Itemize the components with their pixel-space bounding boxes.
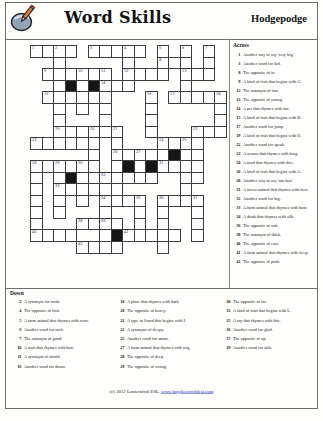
clue-text: A toy that rhymes with bite. (233, 317, 281, 322)
clue-text: A pet that rhymes with hat. (243, 106, 290, 111)
clue-number-label: 26 (233, 167, 241, 176)
clue-number-label: 8 (233, 68, 241, 77)
down-clue: 36Another word for glad. (221, 325, 318, 334)
grid-cell[interactable] (76, 103, 89, 116)
clue-number: 7 (205, 46, 207, 50)
clue-number-label: 4 (12, 306, 22, 315)
down-section-divider (5, 288, 318, 289)
across-clue: 15A kind of fruit that begins with B. (233, 113, 319, 122)
across-clue: 28Another way to say 'run fast.' (233, 176, 319, 185)
clue-number-label: 18 (115, 297, 125, 306)
clue-number: 27 (136, 150, 141, 154)
down-clue: 6Another word for rock. (12, 325, 114, 334)
clue-number: 14 (101, 81, 106, 85)
clue-number-label: 12 (233, 86, 241, 95)
clue-number: 4 (124, 46, 126, 50)
clue-number-label: 41 (233, 248, 241, 257)
across-clue-list: 1Another way to say 'very big.'3Another … (233, 50, 319, 266)
across-clues-section: Across 1Another way to say 'very big.'3A… (233, 42, 319, 288)
clue-text: A kind of fruit that begins with A. (243, 169, 301, 174)
lanternfish-pencil-logo-icon (9, 4, 37, 34)
copyright-text: (c) 2012 Lanternfish ESL. (110, 388, 160, 394)
grid-cell[interactable] (203, 68, 216, 81)
clue-text: The opposite of heavy. (127, 308, 166, 313)
down-clue: 35A toy that rhymes with bite. (221, 315, 318, 324)
clue-number: 29 (55, 161, 60, 165)
grid-cell[interactable] (65, 45, 78, 58)
clue-number: 8 (159, 58, 161, 62)
across-clue: 9A kind of fruit that begins with G. (233, 77, 319, 86)
clue-number-label: 29 (115, 361, 125, 370)
down-clue: 37The opposite of up. (221, 334, 318, 343)
clue-text: Another way to say 'run fast.' (243, 178, 293, 183)
across-clue: 23A season that rhymes with king. (233, 149, 319, 158)
clue-text: A kind of fruit that begins with L. (233, 308, 291, 313)
clue-number-label: 9 (233, 77, 241, 86)
down-clue: 29The opposite of wrong. (115, 361, 220, 370)
across-clue: 24A food that rhymes with dice. (233, 158, 319, 167)
clue-number-label: 37 (221, 334, 231, 343)
clue-number-label: 22 (115, 325, 125, 334)
clue-number-label: 36 (221, 325, 231, 334)
down-clue: 4The opposite of first. (12, 306, 114, 315)
grid-cell[interactable] (111, 241, 124, 254)
across-clue: 41A farm animal that rhymes with sleep. (233, 248, 319, 257)
clue-number-label: 42 (233, 257, 241, 266)
down-clue: 18A place that rhymes with dark. (115, 297, 220, 306)
clue-number: 30 (78, 161, 83, 165)
grid-cell[interactable] (214, 126, 227, 139)
down-clue: 16Another word for throw. (12, 361, 114, 370)
grid-cell[interactable] (134, 45, 147, 58)
clue-text: Another word for speak. (243, 142, 285, 147)
clue-text: The opposite of soft. (243, 223, 279, 228)
clue-text: A kind of fruit that begins with O. (243, 133, 301, 138)
page-title: Word Skills (64, 8, 172, 27)
clue-text: Another way to say 'very big.' (243, 52, 294, 57)
across-clue: 17Another word for jump. (233, 122, 319, 131)
clue-number: 38 (78, 219, 83, 223)
clue-text: A kind of fruit that begins with B. (243, 115, 301, 120)
clue-number: 18 (216, 92, 221, 96)
across-clue: 3Another word for kid. (233, 59, 319, 68)
across-clue: 33A farm animal that rhymes with boat. (233, 203, 319, 212)
clue-number-label: 31 (233, 185, 241, 194)
clue-number-label: 14 (233, 104, 241, 113)
clue-number-label: 27 (115, 343, 125, 352)
across-clue: 1Another way to say 'very big.' (233, 50, 319, 59)
clue-number-label: 15 (233, 113, 241, 122)
clue-number: 41 (124, 230, 129, 234)
clue-number: 12 (124, 69, 129, 73)
clue-text: The opposite of deep. (127, 354, 164, 359)
clue-text: The opposite of wrong. (127, 363, 167, 368)
down-clue: 22A synonym of sleepy. (115, 325, 220, 334)
clue-text: A season that rhymes with king. (243, 151, 298, 156)
clue-text: Another word for kid. (243, 61, 281, 66)
down-heading: Down (10, 290, 40, 297)
clue-number-label: 39 (221, 343, 231, 352)
clue-number: 34 (101, 196, 106, 200)
clue-number-label: 16 (12, 361, 22, 370)
clue-text: A place that rhymes with dark. (127, 299, 180, 304)
clue-text: Another word for throw. (24, 363, 66, 368)
across-clue: 14A pet that rhymes with hat. (233, 104, 319, 113)
clue-number-label: 17 (233, 122, 241, 131)
clue-number-label: 21 (115, 315, 125, 324)
down-clue: 39Another word for sick. (221, 343, 318, 352)
clue-number: 35 (136, 196, 141, 200)
grid-cell[interactable] (53, 206, 66, 219)
across-clue: 26A kind of fruit that begins with A. (233, 167, 319, 176)
clue-number: 32 (101, 173, 106, 177)
clue-number-label: 23 (233, 149, 241, 158)
clue-number-label: 2 (12, 297, 22, 306)
across-clue: 36The opposite of soft. (233, 221, 319, 230)
clue-number-label: 3 (233, 59, 241, 68)
clue-number-label: 24 (233, 158, 241, 167)
clue-number-label: 1 (233, 50, 241, 59)
across-clue: 22Another word for speak. (233, 140, 319, 149)
across-clue: 8The opposite of in. (233, 68, 319, 77)
clue-text: A synonym for trash. (24, 299, 60, 304)
down-clue: 7The antonym of good. (12, 334, 114, 343)
clue-text: The opposite of young. (243, 97, 283, 102)
clue-text: A drink that rhymes with silk. (243, 214, 294, 219)
clue-number-label: 30 (221, 297, 231, 306)
clue-text: Another word for glad. (233, 327, 273, 332)
clue-number-label: 7 (12, 334, 22, 343)
across-clue: 42The opposite of push. (233, 257, 319, 266)
clue-text: The antonym of fast. (243, 88, 279, 93)
clue-text: Another word for big. (243, 196, 281, 201)
clue-number: 13 (182, 69, 187, 73)
clue-number-label: 34 (233, 212, 241, 221)
clue-number-label: 10 (12, 343, 22, 352)
clue-text: The opposite of in. (243, 70, 275, 75)
clue-number-label: 32 (221, 306, 231, 315)
clue-number-label: 36 (233, 221, 241, 230)
down-clue: 5A farm animal that rhymes with wow. (12, 315, 114, 324)
grid-cell[interactable] (191, 229, 204, 242)
clue-number: 11 (101, 69, 106, 73)
website-link[interactable]: www.bogglesworldesl.com (161, 388, 213, 394)
clue-number-label: 32 (233, 194, 241, 203)
across-clue: 31A forest animal that rhymes with here. (233, 185, 319, 194)
header-divider (5, 39, 318, 40)
clue-number-label: 28 (115, 352, 125, 361)
clue-number: 22 (193, 127, 198, 131)
clue-text: A farm animal that rhymes with sleep. (243, 250, 309, 255)
clue-number-label: 33 (233, 203, 241, 212)
clue-text: A farm animal that rhymes with wig. (127, 345, 190, 350)
worksheet-theme-title: Hodgepodge (244, 13, 314, 24)
clue-text: The opposite of first. (24, 308, 60, 313)
clue-number: 24 (159, 138, 164, 142)
grid-cell[interactable] (122, 80, 135, 93)
down-clue: 32A kind of fruit that begins with L. (221, 306, 318, 315)
across-clue: 40The opposite of east. (233, 239, 319, 248)
down-clue-column-1: 2A synonym for trash.4The opposite of fi… (12, 297, 114, 421)
across-clue: 13The opposite of young. (233, 95, 319, 104)
clue-text: The antonym of good. (24, 336, 62, 341)
down-clue: 11A synonym of afraid. (12, 352, 114, 361)
clue-number: 25 (182, 138, 187, 142)
clue-number: 33 (55, 184, 60, 188)
across-clue: 38The antonym of thick. (233, 230, 319, 239)
worksheet-page: Word Skills Hodgepodge 12345678910111213… (0, 0, 323, 421)
clue-number: 6 (182, 46, 184, 50)
clue-number: 40 (32, 230, 37, 234)
clue-text: A kind of fruit that begins with G. (243, 79, 301, 84)
clue-number-label: 11 (12, 352, 22, 361)
down-clue: 27A farm animal that rhymes with wig. (115, 343, 220, 352)
clue-text: The opposite of east. (243, 241, 279, 246)
clue-text: A type of lizard that begins with I. (127, 317, 186, 322)
across-heading: Across (233, 42, 319, 49)
across-clue: 12The antonym of fast. (233, 86, 319, 95)
clue-text: Another word for smart. (127, 336, 169, 341)
clue-number-label: 25 (115, 334, 125, 343)
clues-column-divider (229, 39, 230, 288)
clue-text: A synonym of afraid. (24, 354, 61, 359)
clue-text: The opposite of far. (233, 299, 267, 304)
grid-cell[interactable] (76, 195, 89, 208)
clue-text: A forest animal that rhymes with here. (243, 187, 309, 192)
clue-number-label: 19 (233, 131, 241, 140)
clue-number: 1 (32, 46, 34, 50)
clue-text: A food that rhymes with dice. (243, 160, 294, 165)
clue-text: Another word for rock. (24, 327, 64, 332)
down-clue: 25Another word for smart. (115, 334, 220, 343)
across-clue: 32Another word for big. (233, 194, 319, 203)
clue-number: 3 (90, 46, 92, 50)
down-clue: 28The opposite of deep. (115, 352, 220, 361)
clue-number-label: 22 (233, 140, 241, 149)
clue-number: 20 (90, 127, 95, 131)
grid-cell[interactable] (157, 241, 170, 254)
clue-number: 28 (32, 161, 37, 165)
clue-number-label: 40 (233, 239, 241, 248)
down-clue: 30The opposite of far. (221, 297, 318, 306)
clue-number: 10 (78, 69, 83, 73)
clue-number: 19 (55, 127, 60, 131)
clue-text: A farm animal that rhymes with boat. (243, 205, 307, 210)
grid-cell[interactable] (145, 172, 158, 185)
down-clue: 20The opposite of heavy. (115, 306, 220, 315)
clue-number-label: 38 (233, 230, 241, 239)
clue-number: 17 (170, 92, 175, 96)
grid-cell[interactable] (191, 172, 204, 185)
across-clue: 19A kind of fruit that begins with O. (233, 131, 319, 140)
grid-cell[interactable] (157, 68, 170, 81)
clue-text: Another word for sick. (233, 345, 272, 350)
clue-number-label: 28 (233, 176, 241, 185)
clue-number: 23 (32, 138, 37, 142)
clue-number: 21 (113, 127, 118, 131)
clue-text: Another word for jump. (243, 124, 284, 129)
down-clue-column-2: 18A place that rhymes with dark.20The op… (115, 297, 220, 421)
clue-number-label: 6 (12, 325, 22, 334)
across-clue: 34A drink that rhymes with silk. (233, 212, 319, 221)
clue-text: The opposite of up. (233, 336, 266, 341)
clue-number-label: 20 (115, 306, 125, 315)
crossword-grid[interactable]: 1234567891011121314151617181920212223242… (30, 45, 228, 255)
clue-number: 39 (101, 219, 106, 223)
clue-number: 36 (159, 196, 164, 200)
clue-number-label: 5 (12, 315, 22, 324)
clue-number: 9 (44, 69, 46, 73)
clue-text: The antonym of thick. (243, 232, 281, 237)
grid-cell[interactable] (168, 229, 181, 242)
clue-text: A synonym of sleepy. (127, 327, 164, 332)
clue-number: 15 (44, 92, 49, 96)
clue-number: 31 (159, 161, 164, 165)
clue-text: The opposite of push. (243, 259, 280, 264)
down-clue: 21A type of lizard that begins with I. (115, 315, 220, 324)
clue-number-label: 13 (233, 95, 241, 104)
clue-number: 37 (193, 196, 198, 200)
footer: (c) 2012 Lanternfish ESL. www.boggleswor… (0, 387, 323, 401)
clue-number: 5 (159, 46, 161, 50)
clue-number: 16 (147, 92, 152, 96)
clue-number: 42 (78, 242, 83, 246)
clue-number: 26 (113, 150, 118, 154)
clue-text: A farm animal that rhymes with wow. (24, 317, 89, 322)
clue-number: 2 (55, 46, 57, 50)
down-clue: 2A synonym for trash. (12, 297, 114, 306)
clue-number-label: 35 (221, 315, 231, 324)
clue-text: A fruit that rhymes with hair. (24, 345, 74, 350)
down-clue: 10A fruit that rhymes with hair. (12, 343, 114, 352)
